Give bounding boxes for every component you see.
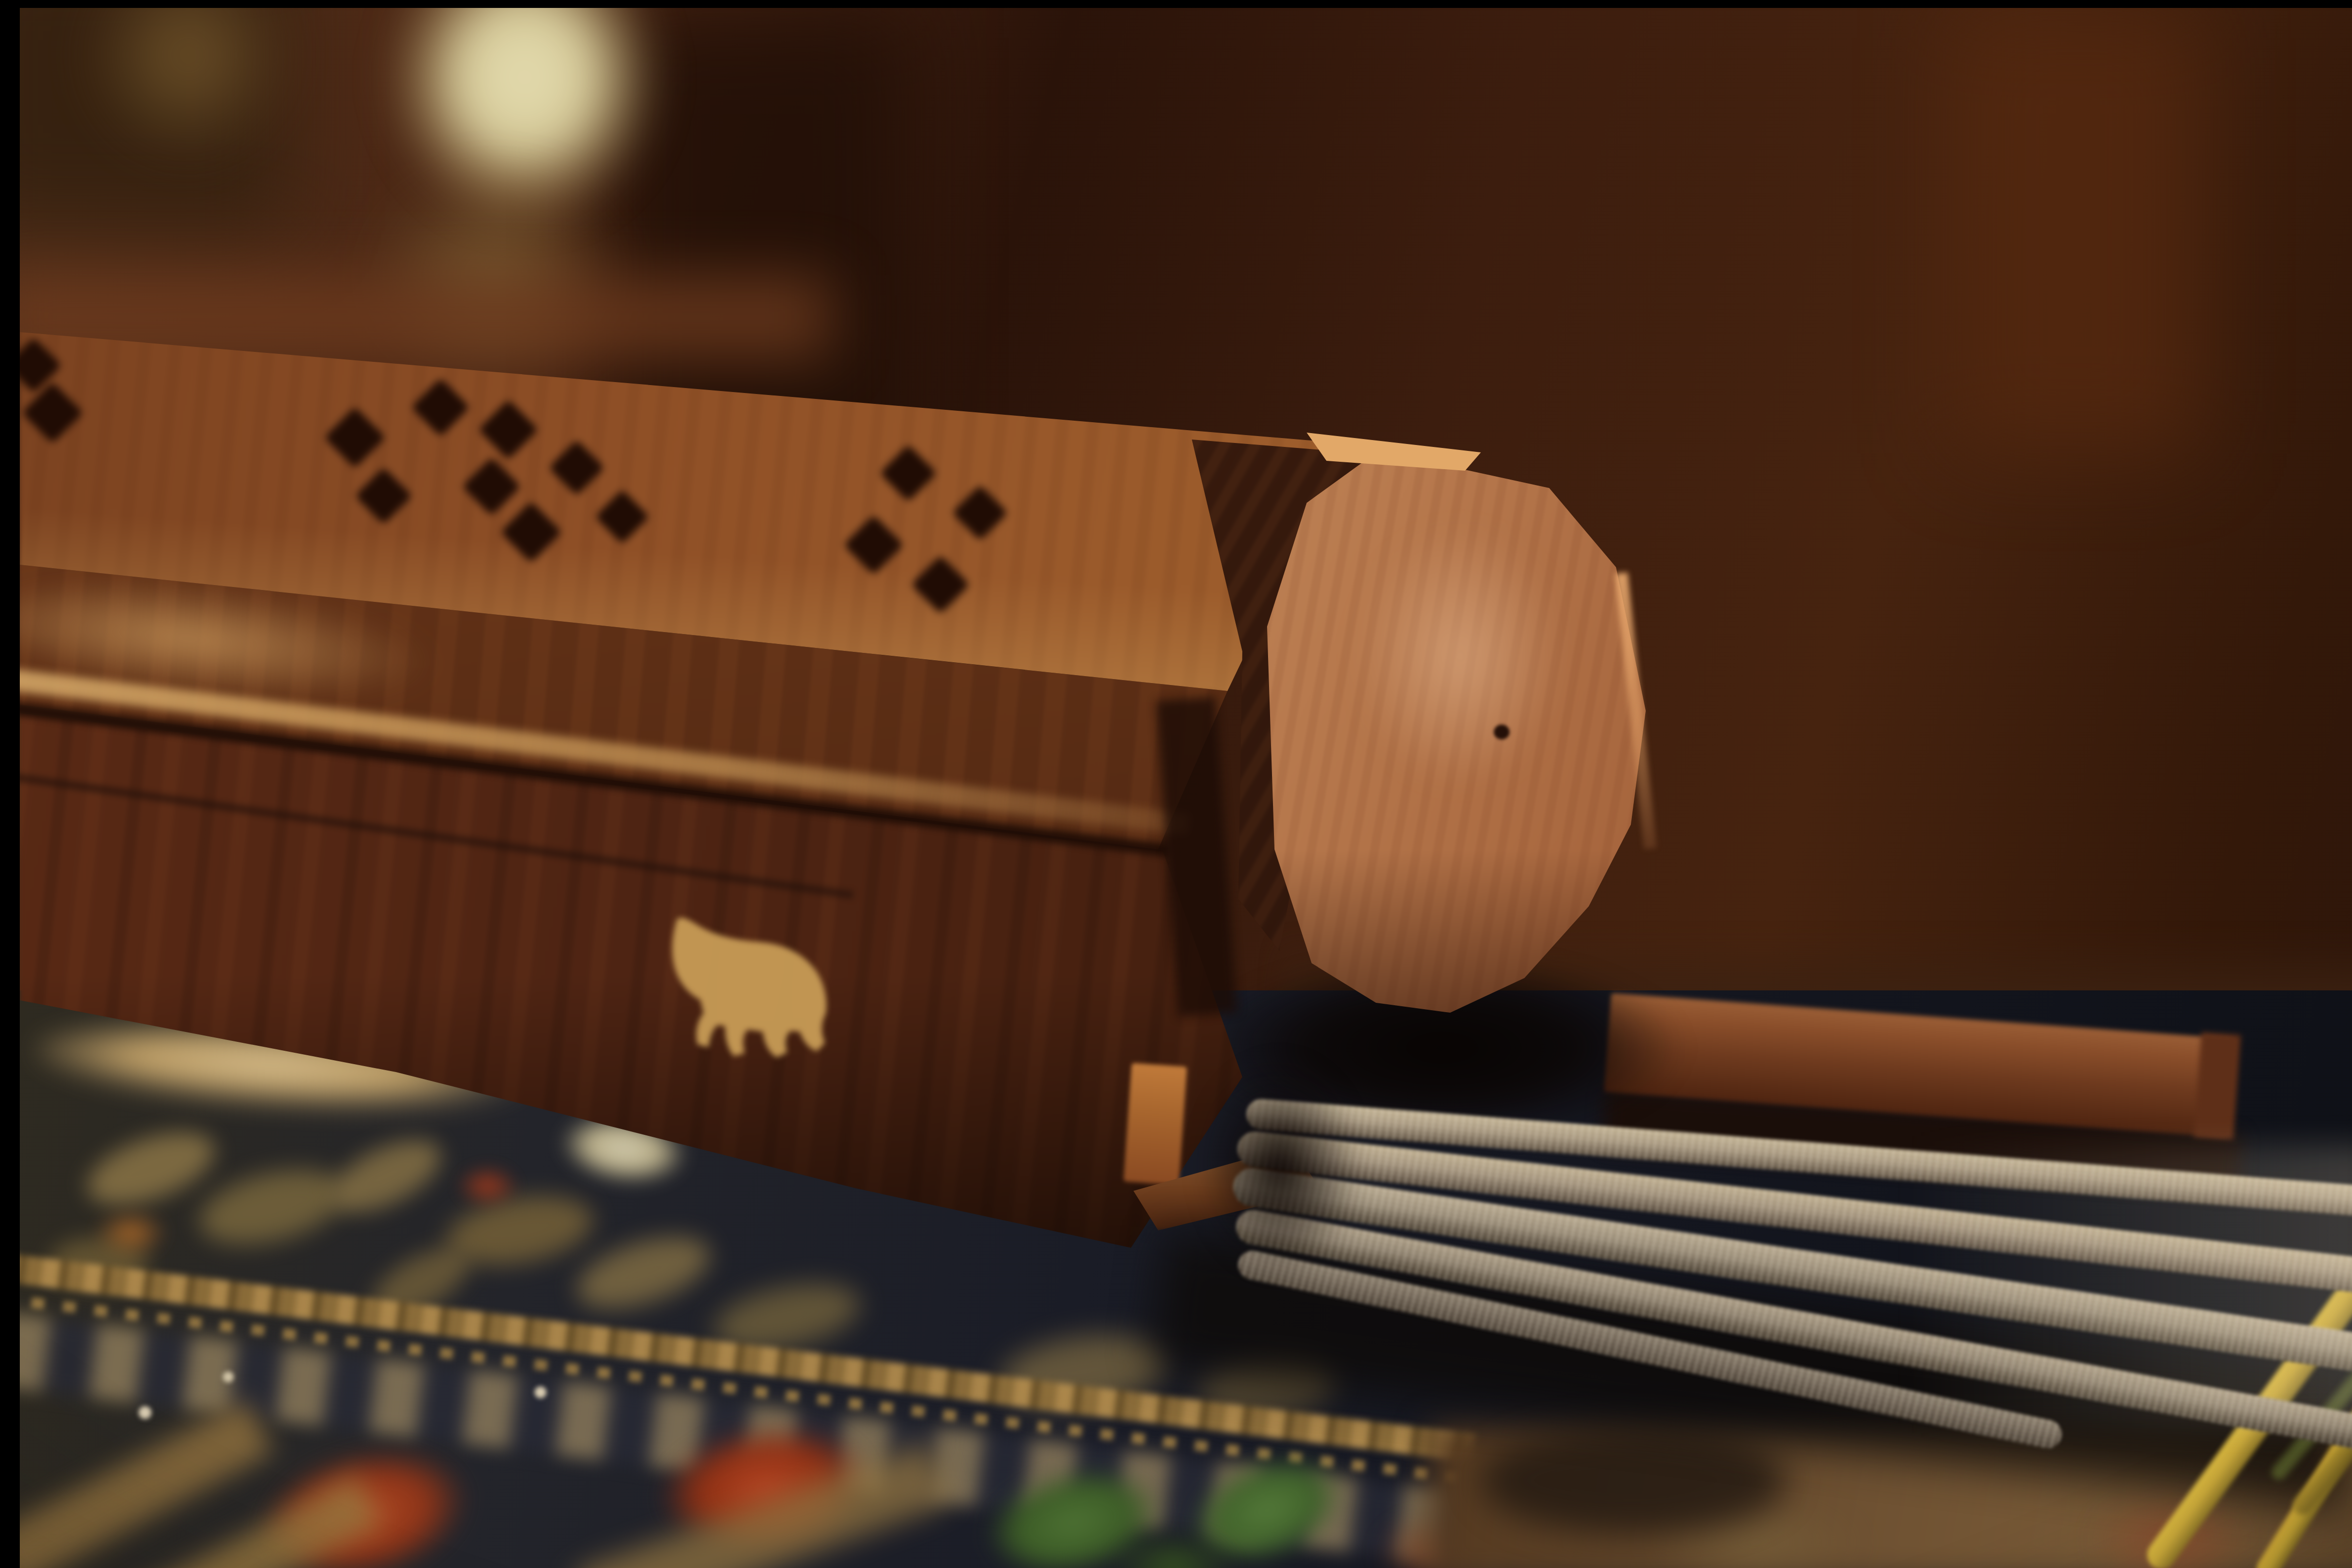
photo-root [20, 8, 2352, 1568]
opening-shadow [1198, 1057, 1361, 1275]
incense-sticks [20, 8, 2352, 1568]
sticks-light-wash [1901, 1146, 2352, 1423]
